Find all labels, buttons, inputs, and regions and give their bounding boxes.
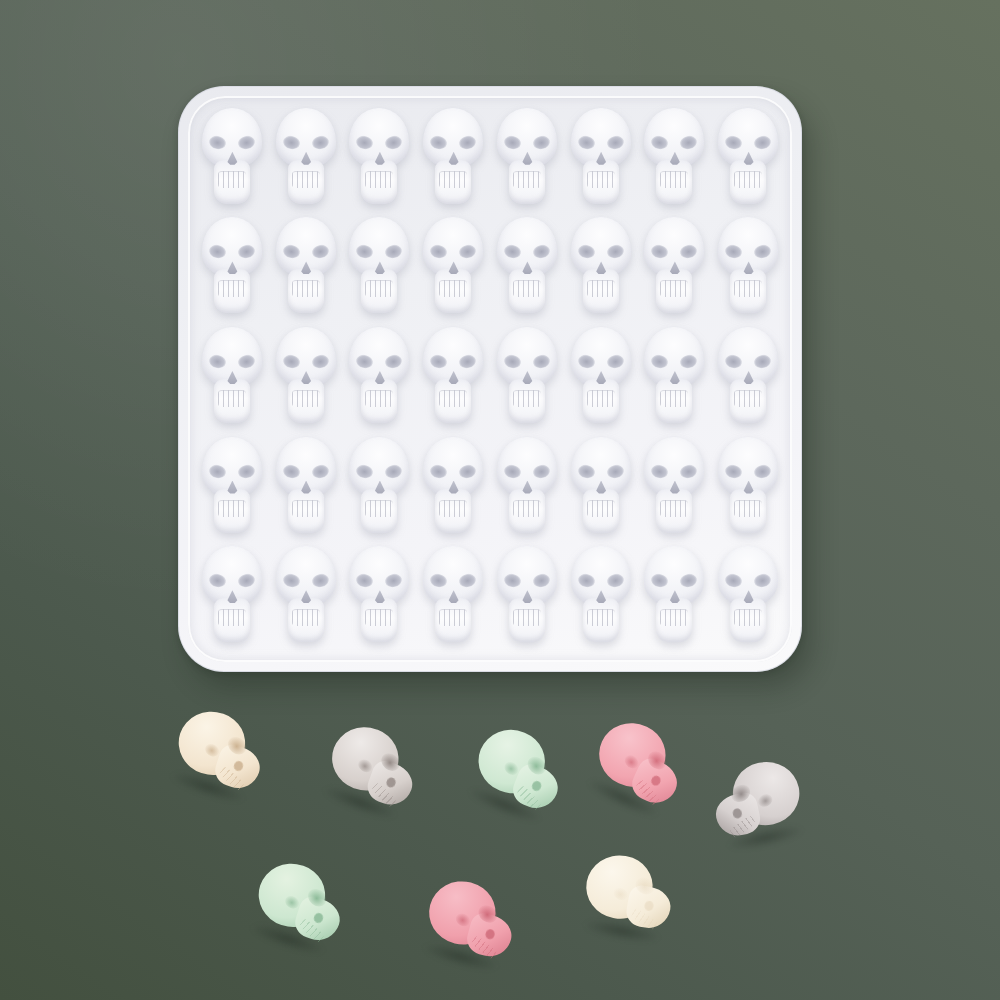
skull-teeth xyxy=(734,609,762,626)
mold-cavity-cell xyxy=(564,213,638,323)
mold-cavity-skull-relief xyxy=(347,108,411,208)
skull-mold-tray xyxy=(178,86,802,672)
skull-teeth xyxy=(513,500,541,517)
skull-teeth xyxy=(439,390,467,407)
mold-cavity-cell xyxy=(269,432,343,542)
mold-cavity-skull-relief xyxy=(200,437,264,537)
mold-cavity-cell xyxy=(564,432,638,542)
skull-teeth xyxy=(587,390,615,407)
loose-skull-pink xyxy=(416,869,535,978)
mold-cavity-skull-relief xyxy=(569,217,633,317)
mold-cavity-skull-relief xyxy=(569,327,633,427)
skull-teeth xyxy=(439,500,467,517)
mold-cavity-skull-relief xyxy=(569,108,633,208)
mold-cavity-cell xyxy=(343,322,417,432)
skull-teeth xyxy=(218,609,246,626)
mold-cavity-skull-relief xyxy=(642,217,706,317)
skull-teeth xyxy=(365,609,393,626)
mold-cavity-cell xyxy=(490,322,564,432)
mold-cavity-skull-relief xyxy=(200,327,264,427)
skull-teeth xyxy=(734,390,762,407)
mold-cavity-skull-relief xyxy=(200,108,264,208)
skull-teeth xyxy=(218,280,246,297)
skull-teeth xyxy=(439,609,467,626)
mold-cavity-skull-relief xyxy=(495,327,559,427)
mold-cavity-cell xyxy=(195,213,269,323)
mold-cavity-cell xyxy=(195,322,269,432)
mold-cavity-cell xyxy=(711,541,785,651)
skull-teeth xyxy=(660,171,688,188)
mold-cavity-cell xyxy=(711,103,785,213)
mold-cavity-cell xyxy=(564,322,638,432)
mold-cavity-skull-relief xyxy=(495,437,559,537)
mold-cavity-cell xyxy=(195,103,269,213)
mold-cavity-skull-relief xyxy=(421,217,485,317)
photo-background xyxy=(0,0,1000,1000)
mold-cavity-skull-relief xyxy=(347,437,411,537)
loose-skull-cream xyxy=(163,698,285,811)
skull-teeth xyxy=(660,609,688,626)
mold-cavity-skull-relief xyxy=(716,217,780,317)
mold-cavity-skull-relief xyxy=(495,217,559,317)
mold-cavity-skull-relief xyxy=(200,546,264,646)
mold-cavity-skull-relief xyxy=(569,546,633,646)
mold-cavity-cell xyxy=(564,103,638,213)
skull-teeth xyxy=(513,280,541,297)
mold-cavity-skull-relief xyxy=(421,437,485,537)
mold-cavity-grid xyxy=(195,103,785,651)
mold-cavity-cell xyxy=(343,213,417,323)
skull-teeth xyxy=(292,171,320,188)
loose-skull-grey xyxy=(315,712,438,827)
mold-cavity-cell xyxy=(269,322,343,432)
loose-skull-pink xyxy=(580,707,707,827)
mold-cavity-cell xyxy=(343,541,417,651)
mold-cavity-cell xyxy=(490,432,564,542)
skull-teeth xyxy=(660,280,688,297)
mold-cavity-cell xyxy=(711,213,785,323)
mold-cavity-skull-relief xyxy=(716,437,780,537)
skull-teeth xyxy=(218,390,246,407)
skull-teeth xyxy=(439,171,467,188)
skull-teeth xyxy=(365,171,393,188)
mold-cavity-skull-relief xyxy=(274,217,338,317)
mold-cavity-skull-relief xyxy=(569,437,633,537)
mold-cavity-skull-relief xyxy=(274,108,338,208)
skull-teeth xyxy=(587,500,615,517)
mold-cavity-cell xyxy=(269,213,343,323)
skull-teeth xyxy=(439,280,467,297)
skull-teeth xyxy=(218,500,246,517)
skull-teeth xyxy=(513,609,541,626)
mold-cavity-cell xyxy=(638,432,712,542)
mold-cavity-cell xyxy=(416,322,490,432)
skull-teeth xyxy=(292,500,320,517)
mold-cavity-skull-relief xyxy=(495,546,559,646)
skull-teeth xyxy=(587,280,615,297)
mold-cavity-skull-relief xyxy=(421,546,485,646)
mold-cavity-cell xyxy=(638,322,712,432)
skull-teeth xyxy=(587,171,615,188)
mold-cavity-cell xyxy=(416,103,490,213)
skull-teeth xyxy=(587,609,615,626)
mold-cavity-cell xyxy=(638,541,712,651)
mold-cavity-skull-relief xyxy=(716,546,780,646)
mold-cavity-cell xyxy=(343,432,417,542)
mold-cavity-cell xyxy=(490,213,564,323)
mold-cavity-cell xyxy=(416,213,490,323)
mold-cavity-cell xyxy=(564,541,638,651)
mold-cavity-skull-relief xyxy=(421,327,485,427)
mold-cavity-skull-relief xyxy=(200,217,264,317)
mold-cavity-skull-relief xyxy=(421,108,485,208)
mold-cavity-skull-relief xyxy=(642,437,706,537)
mold-cavity-cell xyxy=(490,541,564,651)
skull-teeth xyxy=(292,609,320,626)
mold-cavity-skull-relief xyxy=(347,217,411,317)
mold-cavity-skull-relief xyxy=(642,108,706,208)
mold-cavity-skull-relief xyxy=(274,437,338,537)
skull-teeth xyxy=(513,171,541,188)
mold-cavity-cell xyxy=(269,103,343,213)
skull-teeth xyxy=(292,390,320,407)
mold-cavity-cell xyxy=(711,432,785,542)
skull-teeth xyxy=(734,171,762,188)
mold-cavity-cell xyxy=(195,541,269,651)
mold-cavity-skull-relief xyxy=(274,546,338,646)
skull-teeth xyxy=(218,171,246,188)
skull-teeth xyxy=(365,280,393,297)
loose-skull-ivory xyxy=(576,845,689,947)
skull-teeth xyxy=(734,280,762,297)
mold-cavity-cell xyxy=(343,103,417,213)
mold-cavity-cell xyxy=(416,541,490,651)
mold-cavity-skull-relief xyxy=(642,327,706,427)
mold-cavity-cell xyxy=(711,322,785,432)
skull-teeth xyxy=(513,390,541,407)
loose-skull-light-grey xyxy=(695,751,811,856)
mold-cavity-skull-relief xyxy=(274,327,338,427)
skull-teeth xyxy=(660,500,688,517)
mold-cavity-cell xyxy=(638,103,712,213)
mold-cavity-cell xyxy=(490,103,564,213)
mold-cavity-skull-relief xyxy=(642,546,706,646)
skull-teeth xyxy=(365,500,393,517)
mold-cavity-cell xyxy=(195,432,269,542)
mold-cavity-skull-relief xyxy=(495,108,559,208)
loose-skull-mint-green xyxy=(461,714,586,831)
mold-cavity-cell xyxy=(269,541,343,651)
skull-teeth xyxy=(365,390,393,407)
mold-cavity-skull-relief xyxy=(347,546,411,646)
mold-cavity-skull-relief xyxy=(716,108,780,208)
skull-teeth xyxy=(292,280,320,297)
mold-cavity-cell xyxy=(638,213,712,323)
mold-cavity-skull-relief xyxy=(716,327,780,427)
mold-cavity-cell xyxy=(416,432,490,542)
skull-teeth xyxy=(660,390,688,407)
loose-skull-mint-green xyxy=(243,850,365,963)
mold-cavity-skull-relief xyxy=(347,327,411,427)
skull-teeth xyxy=(734,500,762,517)
